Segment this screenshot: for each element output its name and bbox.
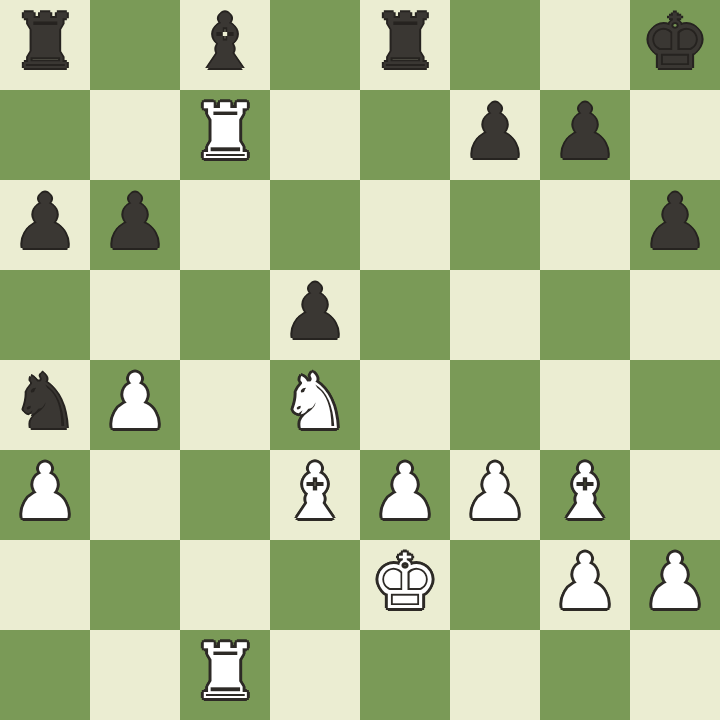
black-pawn[interactable]: ♟ (461, 94, 529, 170)
square-c8[interactable]: ♝ (180, 0, 270, 90)
white-pawn[interactable]: ♟ (11, 454, 79, 530)
square-b5[interactable] (90, 270, 180, 360)
square-a2[interactable] (0, 540, 90, 630)
square-g2[interactable]: ♟ (540, 540, 630, 630)
square-g1[interactable] (540, 630, 630, 720)
square-h8[interactable]: ♚ (630, 0, 720, 90)
square-d6[interactable] (270, 180, 360, 270)
square-b1[interactable] (90, 630, 180, 720)
square-a8[interactable]: ♜ (0, 0, 90, 90)
white-king[interactable]: ♚ (371, 544, 439, 620)
square-a6[interactable]: ♟ (0, 180, 90, 270)
square-g5[interactable] (540, 270, 630, 360)
black-pawn[interactable]: ♟ (281, 274, 349, 350)
black-rook[interactable]: ♜ (371, 4, 439, 80)
square-d2[interactable] (270, 540, 360, 630)
square-h4[interactable] (630, 360, 720, 450)
square-c4[interactable] (180, 360, 270, 450)
black-pawn[interactable]: ♟ (641, 184, 709, 260)
chess-board: ♜♝♜♚♜♟♟♟♟♟♟♞♟♞♟♝♟♟♝♚♟♟♜ (0, 0, 720, 720)
square-b8[interactable] (90, 0, 180, 90)
square-e2[interactable]: ♚ (360, 540, 450, 630)
square-d3[interactable]: ♝ (270, 450, 360, 540)
square-f7[interactable]: ♟ (450, 90, 540, 180)
square-c5[interactable] (180, 270, 270, 360)
black-pawn[interactable]: ♟ (101, 184, 169, 260)
black-bishop[interactable]: ♝ (191, 4, 259, 80)
square-d5[interactable]: ♟ (270, 270, 360, 360)
black-king[interactable]: ♚ (641, 4, 709, 80)
square-b2[interactable] (90, 540, 180, 630)
square-e8[interactable]: ♜ (360, 0, 450, 90)
square-b7[interactable] (90, 90, 180, 180)
square-e5[interactable] (360, 270, 450, 360)
square-c2[interactable] (180, 540, 270, 630)
black-knight[interactable]: ♞ (11, 364, 79, 440)
black-pawn[interactable]: ♟ (11, 184, 79, 260)
square-a4[interactable]: ♞ (0, 360, 90, 450)
square-c3[interactable] (180, 450, 270, 540)
square-h5[interactable] (630, 270, 720, 360)
white-rook[interactable]: ♜ (191, 94, 259, 170)
square-a5[interactable] (0, 270, 90, 360)
square-f6[interactable] (450, 180, 540, 270)
square-f5[interactable] (450, 270, 540, 360)
square-f4[interactable] (450, 360, 540, 450)
white-pawn[interactable]: ♟ (551, 544, 619, 620)
square-g3[interactable]: ♝ (540, 450, 630, 540)
square-b6[interactable]: ♟ (90, 180, 180, 270)
white-knight[interactable]: ♞ (281, 364, 349, 440)
white-pawn[interactable]: ♟ (641, 544, 709, 620)
square-a3[interactable]: ♟ (0, 450, 90, 540)
square-a1[interactable] (0, 630, 90, 720)
square-h2[interactable]: ♟ (630, 540, 720, 630)
square-e1[interactable] (360, 630, 450, 720)
square-e6[interactable] (360, 180, 450, 270)
square-e7[interactable] (360, 90, 450, 180)
square-b4[interactable]: ♟ (90, 360, 180, 450)
square-h3[interactable] (630, 450, 720, 540)
square-c6[interactable] (180, 180, 270, 270)
square-c1[interactable]: ♜ (180, 630, 270, 720)
square-g6[interactable] (540, 180, 630, 270)
square-h7[interactable] (630, 90, 720, 180)
white-rook[interactable]: ♜ (191, 634, 259, 710)
white-pawn[interactable]: ♟ (371, 454, 439, 530)
square-f1[interactable] (450, 630, 540, 720)
square-h1[interactable] (630, 630, 720, 720)
square-d8[interactable] (270, 0, 360, 90)
square-d1[interactable] (270, 630, 360, 720)
square-c7[interactable]: ♜ (180, 90, 270, 180)
square-f2[interactable] (450, 540, 540, 630)
square-g8[interactable] (540, 0, 630, 90)
square-e3[interactable]: ♟ (360, 450, 450, 540)
white-pawn[interactable]: ♟ (101, 364, 169, 440)
square-e4[interactable] (360, 360, 450, 450)
white-pawn[interactable]: ♟ (461, 454, 529, 530)
black-rook[interactable]: ♜ (11, 4, 79, 80)
square-d4[interactable]: ♞ (270, 360, 360, 450)
black-pawn[interactable]: ♟ (551, 94, 619, 170)
white-bishop[interactable]: ♝ (281, 454, 349, 530)
square-g7[interactable]: ♟ (540, 90, 630, 180)
square-g4[interactable] (540, 360, 630, 450)
square-b3[interactable] (90, 450, 180, 540)
white-bishop[interactable]: ♝ (551, 454, 619, 530)
square-h6[interactable]: ♟ (630, 180, 720, 270)
square-f8[interactable] (450, 0, 540, 90)
square-f3[interactable]: ♟ (450, 450, 540, 540)
square-a7[interactable] (0, 90, 90, 180)
square-d7[interactable] (270, 90, 360, 180)
